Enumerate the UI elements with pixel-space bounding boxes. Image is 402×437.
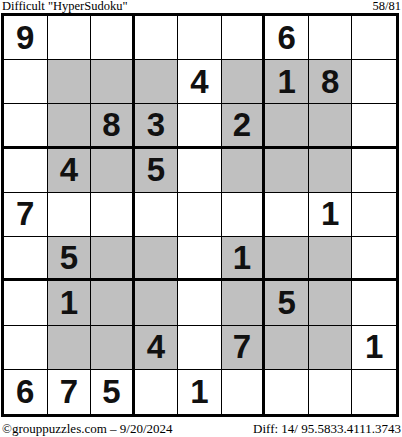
cell-r7c9[interactable] bbox=[352, 281, 396, 325]
cell-r8c4[interactable]: 4 bbox=[135, 326, 179, 370]
cell-r5c7[interactable] bbox=[265, 193, 309, 237]
cell-r8c1[interactable] bbox=[4, 326, 48, 370]
cell-r8c9[interactable]: 1 bbox=[352, 326, 396, 370]
cell-r1c5[interactable] bbox=[178, 16, 222, 60]
footer: ©grouppuzzles.com – 9/20/2024 Diff: 14/ … bbox=[2, 420, 401, 436]
cell-r3c8[interactable] bbox=[309, 104, 353, 148]
cell-r7c2[interactable]: 1 bbox=[48, 281, 92, 325]
cell-r2c1[interactable] bbox=[4, 60, 48, 104]
cell-r4c7[interactable] bbox=[265, 149, 309, 193]
cell-r6c5[interactable] bbox=[178, 237, 222, 281]
cell-r6c4[interactable] bbox=[135, 237, 179, 281]
cell-r6c3[interactable] bbox=[91, 237, 135, 281]
cell-r3c2[interactable] bbox=[48, 104, 92, 148]
cell-r8c8[interactable] bbox=[309, 326, 353, 370]
cell-r2c2[interactable] bbox=[48, 60, 92, 104]
cell-r3c5[interactable] bbox=[178, 104, 222, 148]
cell-r1c1[interactable]: 9 bbox=[4, 16, 48, 60]
cell-r9c7[interactable] bbox=[265, 370, 309, 414]
cell-r5c2[interactable] bbox=[48, 193, 92, 237]
cell-r1c9[interactable] bbox=[352, 16, 396, 60]
cell-r3c7[interactable] bbox=[265, 104, 309, 148]
cell-r8c3[interactable] bbox=[91, 326, 135, 370]
cell-r9c4[interactable] bbox=[135, 370, 179, 414]
cell-r2c7[interactable]: 1 bbox=[265, 60, 309, 104]
cell-r2c3[interactable] bbox=[91, 60, 135, 104]
cell-r6c6[interactable]: 1 bbox=[222, 237, 266, 281]
cell-r1c3[interactable] bbox=[91, 16, 135, 60]
cell-r7c6[interactable] bbox=[222, 281, 266, 325]
cell-r8c7[interactable] bbox=[265, 326, 309, 370]
cell-r3c1[interactable] bbox=[4, 104, 48, 148]
cell-r3c4[interactable]: 3 bbox=[135, 104, 179, 148]
cell-counter: 58/81 bbox=[373, 0, 401, 13]
cell-r4c8[interactable] bbox=[309, 149, 353, 193]
cell-r4c9[interactable] bbox=[352, 149, 396, 193]
cell-r3c3[interactable]: 8 bbox=[91, 104, 135, 148]
sudoku-board: 96418832457151154716751 bbox=[1, 13, 399, 417]
difficulty-rating: Diff: 14/ 95.5833.4111.3743 bbox=[253, 421, 401, 436]
cell-r1c7[interactable]: 6 bbox=[265, 16, 309, 60]
cell-r8c5[interactable] bbox=[178, 326, 222, 370]
cell-r7c8[interactable] bbox=[309, 281, 353, 325]
cell-r9c3[interactable]: 5 bbox=[91, 370, 135, 414]
cell-r8c6[interactable]: 7 bbox=[222, 326, 266, 370]
cell-r5c9[interactable] bbox=[352, 193, 396, 237]
cell-r5c6[interactable] bbox=[222, 193, 266, 237]
cell-r6c8[interactable] bbox=[309, 237, 353, 281]
cell-r1c2[interactable] bbox=[48, 16, 92, 60]
cell-r2c5[interactable]: 4 bbox=[178, 60, 222, 104]
copyright-text: ©grouppuzzles.com – 9/20/2024 bbox=[2, 421, 173, 436]
cell-r9c6[interactable] bbox=[222, 370, 266, 414]
cell-r8c2[interactable] bbox=[48, 326, 92, 370]
cell-r7c7[interactable]: 5 bbox=[265, 281, 309, 325]
cell-r7c4[interactable] bbox=[135, 281, 179, 325]
cell-r6c1[interactable] bbox=[4, 237, 48, 281]
cell-r7c1[interactable] bbox=[4, 281, 48, 325]
cell-r9c1[interactable]: 6 bbox=[4, 370, 48, 414]
cell-r7c5[interactable] bbox=[178, 281, 222, 325]
cell-r4c1[interactable] bbox=[4, 149, 48, 193]
cell-r4c5[interactable] bbox=[178, 149, 222, 193]
cell-r2c4[interactable] bbox=[135, 60, 179, 104]
cell-r2c6[interactable] bbox=[222, 60, 266, 104]
cell-r5c5[interactable] bbox=[178, 193, 222, 237]
cell-r1c6[interactable] bbox=[222, 16, 266, 60]
cell-r5c1[interactable]: 7 bbox=[4, 193, 48, 237]
cell-r9c2[interactable]: 7 bbox=[48, 370, 92, 414]
cell-r1c8[interactable] bbox=[309, 16, 353, 60]
cell-r4c6[interactable] bbox=[222, 149, 266, 193]
cell-r9c9[interactable] bbox=[352, 370, 396, 414]
cell-r2c8[interactable]: 8 bbox=[309, 60, 353, 104]
puzzle-title: Difficult "HyperSudoku" bbox=[2, 0, 128, 13]
cell-r4c3[interactable] bbox=[91, 149, 135, 193]
cell-r4c2[interactable]: 4 bbox=[48, 149, 92, 193]
cell-r9c8[interactable] bbox=[309, 370, 353, 414]
cell-r3c9[interactable] bbox=[352, 104, 396, 148]
cell-r6c9[interactable] bbox=[352, 237, 396, 281]
cell-r1c4[interactable] bbox=[135, 16, 179, 60]
cell-r3c6[interactable]: 2 bbox=[222, 104, 266, 148]
cell-r5c3[interactable] bbox=[91, 193, 135, 237]
cell-r6c7[interactable] bbox=[265, 237, 309, 281]
cell-r2c9[interactable] bbox=[352, 60, 396, 104]
cell-r5c8[interactable]: 1 bbox=[309, 193, 353, 237]
cell-r4c4[interactable]: 5 bbox=[135, 149, 179, 193]
header: Difficult "HyperSudoku" 58/81 bbox=[2, 0, 401, 13]
cell-r9c5[interactable]: 1 bbox=[178, 370, 222, 414]
cell-r7c3[interactable] bbox=[91, 281, 135, 325]
cell-r5c4[interactable] bbox=[135, 193, 179, 237]
cell-r6c2[interactable]: 5 bbox=[48, 237, 92, 281]
